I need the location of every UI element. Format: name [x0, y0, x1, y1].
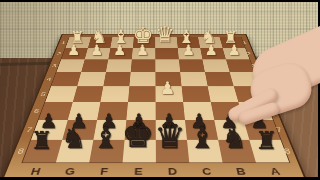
square-c4[interactable] [180, 72, 208, 86]
piece-wp-a2[interactable]: ♟ [228, 43, 241, 57]
letterbox-top [0, 0, 320, 2]
piece-bn-g8[interactable]: ♞ [61, 125, 86, 153]
square-f4[interactable] [103, 72, 130, 86]
piece-wq-d1[interactable]: ♛ [155, 24, 175, 46]
piece-wp-c2[interactable]: ♟ [182, 43, 195, 57]
square-e5[interactable] [128, 86, 156, 102]
square-f3[interactable] [106, 59, 132, 72]
piece-bq-d8[interactable]: ♛ [155, 119, 186, 154]
square-e4[interactable] [129, 72, 155, 86]
piece-bb-f8[interactable]: ♝ [93, 124, 119, 154]
piece-wp-h2[interactable]: ♟ [67, 43, 80, 57]
square-g3[interactable] [81, 59, 108, 72]
square-c3[interactable] [179, 59, 205, 72]
piece-bn-b8[interactable]: ♞ [222, 125, 247, 153]
square-d3[interactable] [155, 59, 180, 72]
square-g4[interactable] [77, 72, 106, 86]
piece-wp-f2[interactable]: ♟ [113, 43, 126, 57]
piece-br-a8[interactable]: ♜ [255, 128, 277, 153]
piece-wp-d5[interactable]: ♟ [160, 80, 175, 97]
piece-wp-g2[interactable]: ♟ [90, 43, 103, 57]
piece-br-h8[interactable]: ♜ [30, 128, 52, 153]
square-g5[interactable] [73, 86, 104, 102]
letterbox-bottom [0, 177, 320, 180]
square-e3[interactable] [131, 59, 156, 72]
piece-wp-b2[interactable]: ♟ [205, 43, 218, 57]
square-f5[interactable] [100, 86, 129, 102]
video-frame: HGFEDCBA 12345678 12345678 ♜♞♝♚♛♝♞♜♟♟♟♟♟… [0, 0, 320, 180]
square-d2[interactable] [155, 48, 179, 60]
piece-wp-e2[interactable]: ♟ [136, 43, 149, 57]
piece-bb-c8[interactable]: ♝ [189, 124, 215, 154]
piece-bk-e8[interactable]: ♚ [122, 117, 155, 153]
square-c5[interactable] [182, 86, 211, 102]
